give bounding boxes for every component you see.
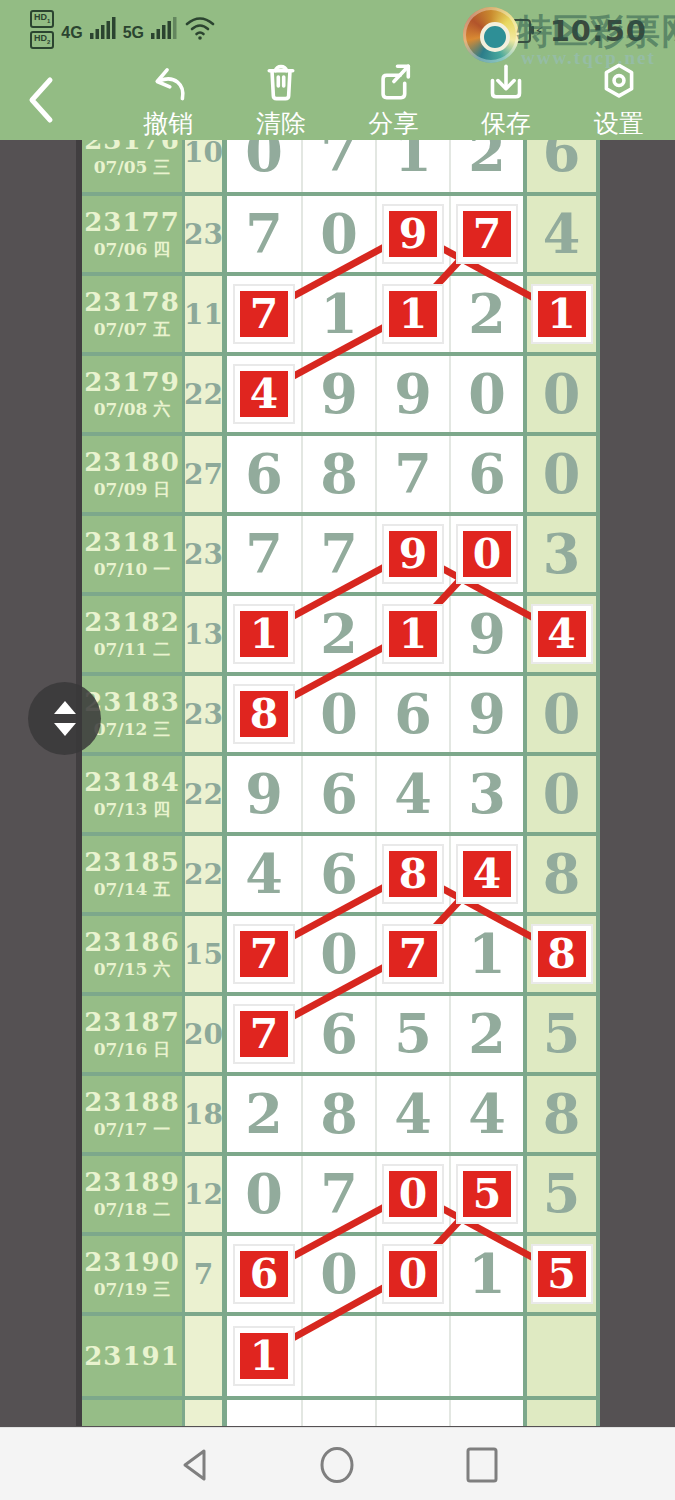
highlighted-digit: 7: [235, 286, 293, 342]
digit-cell: 1: [375, 276, 449, 352]
count-cell: 15: [182, 916, 227, 992]
table-rows: 2317607/05 三10071262317707/06 四237097423…: [82, 140, 596, 1426]
draw-number: 23178: [84, 287, 179, 317]
digit-cell: 7: [375, 916, 449, 992]
digit-cell: 1: [449, 1236, 523, 1312]
toolbar-buttons: 撤销 清除 分享: [112, 55, 675, 140]
digit-cell: 7: [227, 916, 301, 992]
draw-number: 23188: [84, 1087, 179, 1117]
digit-cell: 4: [375, 1076, 449, 1152]
nav-recent-button[interactable]: [459, 1442, 505, 1488]
signal-bars2-icon: [151, 17, 177, 49]
table-row: 2319007/19 三760015: [82, 1232, 596, 1312]
draw-date: 07/08 六: [94, 398, 170, 421]
tail-digit-cell: 0: [523, 676, 596, 752]
draw-label-cell: 2318407/13 四: [82, 756, 182, 832]
table-row: 2318007/09 日2768760: [82, 432, 596, 512]
count-cell: 18: [182, 1076, 227, 1152]
draw-number: 23182: [84, 607, 179, 637]
table-row: 2318807/17 一1828448: [82, 1072, 596, 1152]
highlighted-digit: 1: [384, 286, 442, 342]
draw-label-cell: 2318107/10 一: [82, 516, 182, 592]
undo-button[interactable]: 撤销: [112, 55, 225, 140]
digit-cell: 4: [227, 836, 301, 912]
draw-label-cell: 2319007/19 三: [82, 1236, 182, 1312]
count-cell: 22: [182, 356, 227, 432]
home-circle-icon: [315, 1443, 359, 1487]
digit-cell: 1: [375, 596, 449, 672]
digit-cell: 9: [375, 196, 449, 272]
draw-date: 07/13 四: [94, 798, 170, 821]
digit-cell: 6: [301, 996, 375, 1072]
digit-cell: 7: [301, 1156, 375, 1232]
tail-digit-cell: 0: [523, 356, 596, 432]
count-cell: 13: [182, 596, 227, 672]
draw-date: 07/06 四: [94, 238, 170, 261]
back-button[interactable]: [20, 71, 64, 129]
digit-cell: 9: [375, 356, 449, 432]
draw-number: 23179: [84, 367, 179, 397]
signal-bars-icon: [90, 17, 116, 49]
draw-label-cell: 2318807/17 一: [82, 1076, 182, 1152]
battery-icon: 82: [489, 19, 531, 43]
digit-cell: [301, 1400, 375, 1426]
highlighted-digit: 4: [533, 606, 591, 662]
draw-label-cell: 2318907/18 二: [82, 1156, 182, 1232]
draw-number: 23184: [84, 767, 179, 797]
count-cell: 11: [182, 276, 227, 352]
digit-cell: 7: [375, 436, 449, 512]
draw-label-cell: 23191: [82, 1316, 182, 1396]
digit-cell: 2: [449, 140, 523, 192]
digit-cell: 4: [375, 756, 449, 832]
tail-digit-cell: 8: [523, 836, 596, 912]
highlighted-digit: 7: [458, 206, 516, 262]
table-row: 2317907/08 六2249900: [82, 352, 596, 432]
digit-cell: [375, 1400, 449, 1426]
tail-digit-cell: 5: [523, 1236, 596, 1312]
highlighted-digit: 8: [384, 846, 442, 902]
table-row: 2318207/11 二1312194: [82, 592, 596, 672]
draw-date: 07/12 三: [94, 718, 170, 741]
tail-digit-cell: [523, 1400, 596, 1426]
network-4g-label: 4G: [61, 25, 82, 49]
digit-cell: 0: [449, 356, 523, 432]
highlighted-digit: 1: [384, 606, 442, 662]
digit-cell: 3: [449, 756, 523, 832]
digit-cell: 6: [301, 836, 375, 912]
count-cell: 7: [182, 1236, 227, 1312]
count-cell: 23: [182, 196, 227, 272]
undo-icon: [142, 59, 194, 104]
digit-cell: 6: [301, 756, 375, 832]
draw-label-cell: 2318707/16 日: [82, 996, 182, 1072]
digit-cell: 4: [449, 836, 523, 912]
digit-cell: 7: [227, 516, 301, 592]
digit-cell: 8: [301, 1076, 375, 1152]
count-cell: [182, 1400, 227, 1426]
count-cell: 23: [182, 676, 227, 752]
highlighted-digit: 8: [235, 686, 293, 742]
table-row: 2318107/10 一2377903: [82, 512, 596, 592]
table-row: [82, 1396, 596, 1426]
draw-number: 23187: [84, 1007, 179, 1037]
hd1-badge: HD1: [30, 10, 54, 28]
nav-back-button[interactable]: [173, 1442, 219, 1488]
highlighted-digit: 1: [533, 286, 591, 342]
table-row: 2318307/12 三2380690: [82, 672, 596, 752]
digit-cell: 2: [301, 596, 375, 672]
draw-date: 07/07 五: [94, 318, 170, 341]
tail-digit-cell: 8: [523, 916, 596, 992]
chart-area: 2317607/05 三10071262317707/06 四237097423…: [0, 140, 675, 1427]
phone-screen: HD1 HD2 4G 5G: [0, 0, 675, 1500]
android-nav-bar: [0, 1427, 675, 1500]
hd-badges: HD1 HD2: [30, 10, 54, 49]
table-row: 2318407/13 四2296430: [82, 752, 596, 832]
status-clock: 10:50: [550, 14, 647, 48]
highlighted-digit: 9: [384, 526, 442, 582]
draw-date: 07/05 三: [94, 156, 170, 179]
clear-label: 清除: [256, 107, 306, 140]
digit-cell: [375, 1316, 449, 1396]
count-cell: 20: [182, 996, 227, 1072]
draw-number: 23180: [84, 447, 179, 477]
highlighted-digit: 9: [384, 206, 442, 262]
tail-digit-cell: [523, 1316, 596, 1396]
digit-cell: 0: [227, 1156, 301, 1232]
wifi-icon: [184, 15, 218, 49]
digit-cell: 0: [375, 1236, 449, 1312]
highlighted-digit: 7: [384, 926, 442, 982]
draw-label-cell: 2318007/09 日: [82, 436, 182, 512]
trash-icon: [255, 59, 307, 104]
highlighted-digit: 1: [235, 606, 293, 662]
nav-home-button[interactable]: [314, 1442, 360, 1488]
tail-digit-cell: 5: [523, 1156, 596, 1232]
charging-bolt-icon: ⚡: [535, 24, 544, 39]
save-label: 保存: [481, 107, 531, 140]
draw-label-cell: [82, 1400, 182, 1426]
digit-cell: 7: [227, 276, 301, 352]
digit-cell: 0: [375, 1156, 449, 1232]
tail-digit-cell: 4: [523, 596, 596, 672]
draw-number: 23181: [84, 527, 179, 557]
digit-cell: 1: [449, 916, 523, 992]
draw-label-cell: 2318207/11 二: [82, 596, 182, 672]
draw-number: 23190: [84, 1247, 179, 1277]
count-cell: 10: [182, 140, 227, 192]
digit-cell: 9: [449, 676, 523, 752]
digit-cell: 9: [301, 356, 375, 432]
save-icon: [480, 59, 532, 104]
digit-cell: [449, 1400, 523, 1426]
digit-cell: 8: [375, 836, 449, 912]
digit-cell: 6: [449, 436, 523, 512]
digit-cell: 9: [375, 516, 449, 592]
table-row: 2317807/07 五1171121: [82, 272, 596, 352]
hd2-badge: HD2: [30, 31, 54, 49]
digit-cell: 4: [227, 356, 301, 432]
draw-date: 07/17 一: [94, 1118, 170, 1141]
tail-digit-cell: 0: [523, 436, 596, 512]
digit-cell: [449, 1316, 523, 1396]
draw-number: 23176: [84, 140, 179, 155]
digit-cell: 9: [449, 596, 523, 672]
undo-label: 撤销: [143, 107, 193, 140]
highlighted-digit: 4: [458, 846, 516, 902]
draw-label-cell: 2318507/14 五: [82, 836, 182, 912]
count-cell: 27: [182, 436, 227, 512]
highlighted-digit: 5: [533, 1246, 591, 1302]
table-row: 2318907/18 二1207055: [82, 1152, 596, 1232]
table-row: 2317707/06 四2370974: [82, 192, 596, 272]
highlighted-digit: 0: [384, 1166, 442, 1222]
trend-table: 2317607/05 三10071262317707/06 四237097423…: [76, 140, 600, 1426]
draw-label-cell: 2317607/05 三: [82, 140, 182, 192]
highlighted-digit: 4: [235, 366, 293, 422]
settings-button[interactable]: 设置: [562, 55, 675, 140]
draw-date: 07/15 六: [94, 958, 170, 981]
count-cell: 12: [182, 1156, 227, 1232]
highlighted-digit: 5: [458, 1166, 516, 1222]
digit-cell: 7: [449, 196, 523, 272]
tail-digit-cell: 0: [523, 756, 596, 832]
highlighted-digit: 0: [384, 1246, 442, 1302]
status-right: 82 ⚡ 10:50: [489, 14, 647, 48]
tail-digit-cell: 6: [523, 140, 596, 192]
table-row: 231911: [82, 1312, 596, 1396]
digit-cell: 1: [375, 140, 449, 192]
table-row: 2318507/14 五2246848: [82, 832, 596, 912]
draw-number: 23186: [84, 927, 179, 957]
settings-icon: [593, 59, 645, 104]
digit-cell: 7: [227, 996, 301, 1072]
draw-number: 23177: [84, 207, 179, 237]
clear-button[interactable]: 清除: [225, 55, 338, 140]
save-button[interactable]: 保存: [450, 55, 563, 140]
count-cell: 23: [182, 516, 227, 592]
table-row: 2317607/05 三1007126: [82, 140, 596, 192]
digit-cell: 9: [227, 756, 301, 832]
digit-cell: 2: [449, 276, 523, 352]
digit-cell: 4: [449, 1076, 523, 1152]
highlighted-digit: 8: [533, 926, 591, 982]
draw-date: 07/09 日: [94, 478, 170, 501]
scroll-handle[interactable]: [28, 682, 101, 755]
share-button[interactable]: 分享: [337, 55, 450, 140]
digit-cell: 1: [301, 276, 375, 352]
digit-cell: 5: [375, 996, 449, 1072]
digit-cell: 5: [449, 1156, 523, 1232]
status-left-icons: HD1 HD2 4G 5G: [30, 10, 218, 49]
count-cell: 22: [182, 836, 227, 912]
digit-cell: 6: [227, 1236, 301, 1312]
share-label: 分享: [368, 107, 418, 140]
draw-number: 23185: [84, 847, 179, 877]
digit-cell: 0: [301, 1236, 375, 1312]
draw-date: 07/14 五: [94, 878, 170, 901]
table-row: 2318707/16 日2076525: [82, 992, 596, 1072]
draw-date: 07/18 二: [94, 1198, 170, 1221]
draw-date: 07/11 二: [94, 638, 170, 661]
toolbar: 撤销 清除 分享: [0, 55, 675, 140]
digit-cell: 1: [227, 1316, 301, 1396]
draw-number: 23189: [84, 1167, 179, 1197]
highlighted-digit: 7: [235, 926, 293, 982]
network-5g-label: 5G: [123, 25, 144, 49]
share-icon: [367, 59, 419, 104]
recent-square-icon: [461, 1444, 503, 1486]
chevron-left-icon: [24, 74, 60, 126]
digit-cell: 8: [301, 436, 375, 512]
draw-label-cell: 2317707/06 四: [82, 196, 182, 272]
digit-cell: 2: [227, 1076, 301, 1152]
digit-cell: [227, 1400, 301, 1426]
draw-date: 07/10 一: [94, 558, 170, 581]
tail-digit-cell: 5: [523, 996, 596, 1072]
status-bar: HD1 HD2 4G 5G: [0, 0, 675, 55]
count-cell: 22: [182, 756, 227, 832]
scroll-down-icon: [54, 723, 76, 736]
digit-cell: 0: [449, 516, 523, 592]
back-triangle-icon: [176, 1445, 216, 1485]
digit-cell: 0: [301, 916, 375, 992]
tail-digit-cell: 3: [523, 516, 596, 592]
draw-date: 07/19 三: [94, 1278, 170, 1301]
digit-cell: 0: [301, 196, 375, 272]
draw-label-cell: 2318607/15 六: [82, 916, 182, 992]
highlighted-digit: 1: [235, 1328, 293, 1384]
draw-date: 07/16 日: [94, 1038, 170, 1061]
table-row: 2318607/15 六1570718: [82, 912, 596, 992]
draw-label-cell: 2317907/08 六: [82, 356, 182, 432]
digit-cell: 8: [227, 676, 301, 752]
tail-digit-cell: 1: [523, 276, 596, 352]
draw-label-cell: 2317807/07 五: [82, 276, 182, 352]
digit-cell: 7: [301, 516, 375, 592]
digit-cell: 2: [449, 996, 523, 1072]
digit-cell: 0: [227, 140, 301, 192]
count-cell: [182, 1316, 227, 1396]
scroll-up-icon: [54, 701, 76, 714]
highlighted-digit: 0: [458, 526, 516, 582]
digit-cell: [301, 1316, 375, 1396]
highlighted-digit: 7: [235, 1006, 293, 1062]
digit-cell: 7: [227, 196, 301, 272]
digit-cell: 6: [375, 676, 449, 752]
tail-digit-cell: 8: [523, 1076, 596, 1152]
settings-label: 设置: [594, 107, 644, 140]
highlighted-digit: 6: [235, 1246, 293, 1302]
draw-number: 23191: [84, 1341, 179, 1371]
tail-digit-cell: 4: [523, 196, 596, 272]
digit-cell: 1: [227, 596, 301, 672]
digit-cell: 6: [227, 436, 301, 512]
digit-cell: 0: [301, 676, 375, 752]
digit-cell: 7: [301, 140, 375, 192]
